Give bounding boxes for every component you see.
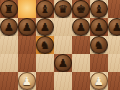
square-d7[interactable] <box>54 18 72 36</box>
black-pawn-d5[interactable]: ♟ <box>54 54 72 72</box>
square-c4[interactable] <box>36 72 54 90</box>
black-bishop-glyph: ♝ <box>40 3 50 14</box>
square-d8[interactable]: ♛ <box>54 0 72 18</box>
black-knight-glyph: ♞ <box>94 39 104 50</box>
square-a8[interactable]: ♜ <box>0 0 18 18</box>
square-e7[interactable]: ♟ <box>72 18 90 36</box>
black-pawn-glyph: ♟ <box>22 21 32 32</box>
black-pawn-glyph: ♟ <box>112 21 120 32</box>
black-pawn-e7[interactable]: ♟ <box>72 18 90 36</box>
square-g4[interactable] <box>108 72 120 90</box>
black-bishop-f8[interactable]: ♝ <box>90 0 108 18</box>
square-f6[interactable]: ♞ <box>90 36 108 54</box>
black-pawn-glyph: ♟ <box>40 21 50 32</box>
black-pawn-f7[interactable]: ♟ <box>90 18 108 36</box>
black-pawn-glyph: ♟ <box>58 57 68 68</box>
square-f7[interactable]: ♟ <box>90 18 108 36</box>
square-c6[interactable]: ♞ <box>36 36 54 54</box>
square-b6[interactable] <box>18 36 36 54</box>
square-g7[interactable]: ♟ <box>108 18 120 36</box>
black-pawn-a7[interactable]: ♟ <box>0 18 18 36</box>
square-f4[interactable]: ♟ <box>90 72 108 90</box>
square-g5[interactable] <box>108 54 120 72</box>
square-a5[interactable] <box>0 54 18 72</box>
black-pawn-b7[interactable]: ♟ <box>18 18 36 36</box>
black-knight-c6[interactable]: ♞ <box>36 36 54 54</box>
square-f8[interactable]: ♝ <box>90 0 108 18</box>
black-king-glyph: ♚ <box>76 3 86 14</box>
square-e4[interactable] <box>72 72 90 90</box>
square-d6[interactable] <box>54 36 72 54</box>
white-pawn-f4[interactable]: ♟ <box>90 72 108 90</box>
black-pawn-glyph: ♟ <box>94 21 104 32</box>
white-pawn-b4[interactable]: ♟ <box>18 72 36 90</box>
black-pawn-glyph: ♟ <box>76 21 86 32</box>
black-queen-d8[interactable]: ♛ <box>54 0 72 18</box>
square-e5[interactable] <box>72 54 90 72</box>
chess-app-screenshot: ♜♝♛♚♝♟♟♟♟♟♟♞♞♟♟♟ <box>0 0 120 90</box>
square-b5[interactable] <box>18 54 36 72</box>
square-c7[interactable]: ♟ <box>36 18 54 36</box>
square-c8[interactable]: ♝ <box>36 0 54 18</box>
black-bishop-glyph: ♝ <box>94 3 104 14</box>
chess-board: ♜♝♛♚♝♟♟♟♟♟♟♞♞♟♟♟ <box>0 0 120 90</box>
black-pawn-glyph: ♟ <box>4 21 14 32</box>
black-knight-glyph: ♞ <box>40 39 50 50</box>
black-pawn-g7[interactable]: ♟ <box>108 18 120 36</box>
square-c5[interactable] <box>36 54 54 72</box>
white-pawn-glyph: ♟ <box>22 75 32 86</box>
square-b8[interactable] <box>18 0 36 18</box>
black-rook-glyph: ♜ <box>4 3 14 14</box>
square-f5[interactable] <box>90 54 108 72</box>
square-g6[interactable] <box>108 36 120 54</box>
square-a4[interactable] <box>0 72 18 90</box>
square-e8[interactable]: ♚ <box>72 0 90 18</box>
square-d5[interactable]: ♟ <box>54 54 72 72</box>
square-a6[interactable] <box>0 36 18 54</box>
square-b4[interactable]: ♟ <box>18 72 36 90</box>
square-b7[interactable]: ♟ <box>18 18 36 36</box>
black-bishop-c8[interactable]: ♝ <box>36 0 54 18</box>
white-pawn-glyph: ♟ <box>94 75 104 86</box>
black-knight-f6[interactable]: ♞ <box>90 36 108 54</box>
black-rook-a8[interactable]: ♜ <box>0 0 18 18</box>
square-a7[interactable]: ♟ <box>0 18 18 36</box>
black-king-e8[interactable]: ♚ <box>72 0 90 18</box>
black-queen-glyph: ♛ <box>58 3 68 14</box>
black-pawn-c7[interactable]: ♟ <box>36 18 54 36</box>
square-g8[interactable] <box>108 0 120 18</box>
square-d4[interactable] <box>54 72 72 90</box>
square-e6[interactable] <box>72 36 90 54</box>
